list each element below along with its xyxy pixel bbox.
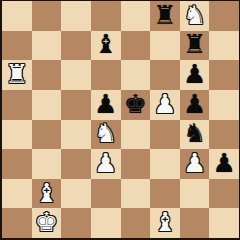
- square-b3[interactable]: [32, 149, 62, 179]
- white-knight-d4[interactable]: ♞: [94, 120, 117, 146]
- white-knight-g8[interactable]: ♞: [183, 2, 206, 28]
- square-e7[interactable]: [121, 31, 151, 61]
- white-pawn-f5[interactable]: ♟: [153, 91, 176, 117]
- square-e4[interactable]: [121, 120, 151, 150]
- square-e8[interactable]: [121, 1, 151, 31]
- square-b2[interactable]: ♝: [32, 179, 62, 209]
- square-a2[interactable]: [2, 179, 32, 209]
- chess-board: ♜♞♝♜♜♟♟♚♟♟♞♞♟♟♟♝♚♝: [2, 1, 239, 238]
- square-f6[interactable]: [150, 60, 180, 90]
- square-b8[interactable]: [32, 1, 62, 31]
- black-bishop-d7[interactable]: ♝: [94, 31, 117, 57]
- black-rook-g7[interactable]: ♜: [183, 31, 206, 57]
- square-e6[interactable]: [121, 60, 151, 90]
- square-d2[interactable]: [91, 179, 121, 209]
- square-c5[interactable]: [61, 90, 91, 120]
- black-king-e5[interactable]: ♚: [124, 91, 147, 117]
- square-c3[interactable]: [61, 149, 91, 179]
- square-h1[interactable]: [209, 208, 239, 238]
- square-e5[interactable]: ♚: [121, 90, 151, 120]
- black-pawn-d5[interactable]: ♟: [94, 91, 117, 117]
- square-f8[interactable]: ♜: [150, 1, 180, 31]
- square-h4[interactable]: [209, 120, 239, 150]
- square-d4[interactable]: ♞: [91, 120, 121, 150]
- square-d7[interactable]: ♝: [91, 31, 121, 61]
- white-king-b1[interactable]: ♚: [35, 209, 58, 235]
- square-h6[interactable]: [209, 60, 239, 90]
- square-f4[interactable]: [150, 120, 180, 150]
- white-pawn-d3[interactable]: ♟: [94, 150, 117, 176]
- black-pawn-h3[interactable]: ♟: [213, 150, 236, 176]
- square-f3[interactable]: [150, 149, 180, 179]
- square-g4[interactable]: ♞: [180, 120, 210, 150]
- square-g3[interactable]: ♟: [180, 149, 210, 179]
- white-pawn-g3[interactable]: ♟: [183, 150, 206, 176]
- white-rook-a6[interactable]: ♜: [5, 61, 28, 87]
- square-g5[interactable]: ♟: [180, 90, 210, 120]
- square-e2[interactable]: [121, 179, 151, 209]
- square-h3[interactable]: ♟: [209, 149, 239, 179]
- black-knight-g4[interactable]: ♞: [183, 120, 206, 146]
- square-b1[interactable]: ♚: [32, 208, 62, 238]
- square-h8[interactable]: [209, 1, 239, 31]
- square-g7[interactable]: ♜: [180, 31, 210, 61]
- square-h7[interactable]: [209, 31, 239, 61]
- black-pawn-g5[interactable]: ♟: [183, 91, 206, 117]
- square-g2[interactable]: [180, 179, 210, 209]
- black-rook-f8[interactable]: ♜: [153, 2, 176, 28]
- square-g8[interactable]: ♞: [180, 1, 210, 31]
- square-a1[interactable]: [2, 208, 32, 238]
- square-f2[interactable]: [150, 179, 180, 209]
- square-d1[interactable]: [91, 208, 121, 238]
- square-c4[interactable]: [61, 120, 91, 150]
- square-d5[interactable]: ♟: [91, 90, 121, 120]
- square-g6[interactable]: ♟: [180, 60, 210, 90]
- square-a7[interactable]: [2, 31, 32, 61]
- square-h5[interactable]: [209, 90, 239, 120]
- square-h2[interactable]: [209, 179, 239, 209]
- square-f7[interactable]: [150, 31, 180, 61]
- square-e1[interactable]: [121, 208, 151, 238]
- square-d3[interactable]: ♟: [91, 149, 121, 179]
- square-d6[interactable]: [91, 60, 121, 90]
- square-c2[interactable]: [61, 179, 91, 209]
- square-a6[interactable]: ♜: [2, 60, 32, 90]
- square-d8[interactable]: [91, 1, 121, 31]
- white-bishop-f1[interactable]: ♝: [153, 209, 176, 235]
- square-b6[interactable]: [32, 60, 62, 90]
- square-c7[interactable]: [61, 31, 91, 61]
- square-g1[interactable]: [180, 208, 210, 238]
- square-c6[interactable]: [61, 60, 91, 90]
- square-e3[interactable]: [121, 149, 151, 179]
- square-b5[interactable]: [32, 90, 62, 120]
- square-a5[interactable]: [2, 90, 32, 120]
- square-a4[interactable]: [2, 120, 32, 150]
- square-c1[interactable]: [61, 208, 91, 238]
- square-b4[interactable]: [32, 120, 62, 150]
- square-c8[interactable]: [61, 1, 91, 31]
- white-bishop-b2[interactable]: ♝: [35, 180, 58, 206]
- square-a8[interactable]: [2, 1, 32, 31]
- square-b7[interactable]: [32, 31, 62, 61]
- chess-board-frame: ♜♞♝♜♜♟♟♚♟♟♞♞♟♟♟♝♚♝: [0, 0, 240, 240]
- black-pawn-g6[interactable]: ♟: [183, 61, 206, 87]
- square-a3[interactable]: [2, 149, 32, 179]
- square-f1[interactable]: ♝: [150, 208, 180, 238]
- square-f5[interactable]: ♟: [150, 90, 180, 120]
